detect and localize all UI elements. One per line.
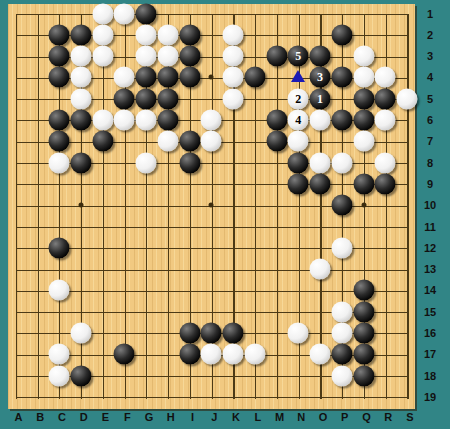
stone-black[interactable] <box>70 365 91 386</box>
stone-white[interactable] <box>92 110 113 131</box>
stone-black[interactable] <box>49 24 70 45</box>
stone-white[interactable] <box>310 344 331 365</box>
row-label: 15 <box>417 306 443 318</box>
column-label: D <box>80 411 88 427</box>
stone-black[interactable] <box>136 67 157 88</box>
stone-black[interactable] <box>375 173 396 194</box>
stone-white[interactable] <box>353 131 374 152</box>
stone-black[interactable] <box>310 173 331 194</box>
stone-black[interactable] <box>49 237 70 258</box>
stone-white[interactable] <box>310 152 331 173</box>
star-point <box>209 75 214 80</box>
triangle-marker-icon <box>291 70 305 82</box>
row-label: 3 <box>417 50 443 62</box>
stone-black[interactable] <box>331 344 352 365</box>
stone-white[interactable] <box>114 67 135 88</box>
stone-black[interactable] <box>136 88 157 109</box>
stone-white[interactable] <box>157 131 178 152</box>
stone-black[interactable]: 5 <box>288 46 309 67</box>
stone-white[interactable] <box>331 237 352 258</box>
stone-black[interactable] <box>179 323 200 344</box>
stone-black[interactable] <box>223 323 244 344</box>
column-label: O <box>319 411 328 427</box>
stone-black[interactable]: 3 <box>310 67 331 88</box>
row-label: 2 <box>417 29 443 41</box>
stone-white[interactable] <box>331 301 352 322</box>
row-label: 13 <box>417 263 443 275</box>
stone-white[interactable] <box>331 323 352 344</box>
stone-black[interactable] <box>49 46 70 67</box>
stone-white[interactable] <box>49 152 70 173</box>
column-label: P <box>341 411 348 427</box>
stone-move-number: 4 <box>295 113 301 127</box>
stone-white[interactable] <box>201 131 222 152</box>
stone-white[interactable] <box>288 323 309 344</box>
stone-white[interactable] <box>92 3 113 24</box>
stone-white[interactable] <box>223 67 244 88</box>
go-diagram-window: { "game": "go", "board_size": 19, "posit… <box>0 0 450 429</box>
stone-white[interactable] <box>353 67 374 88</box>
stone-black[interactable] <box>70 110 91 131</box>
stone-black[interactable] <box>266 46 287 67</box>
stone-black[interactable] <box>310 46 331 67</box>
stone-white[interactable] <box>70 88 91 109</box>
stone-white[interactable] <box>310 259 331 280</box>
stone-black[interactable] <box>179 131 200 152</box>
column-label: Q <box>362 411 371 427</box>
stone-black[interactable] <box>70 152 91 173</box>
stone-white[interactable] <box>136 24 157 45</box>
stone-white[interactable] <box>49 344 70 365</box>
stone-black[interactable] <box>157 110 178 131</box>
stone-black[interactable] <box>179 24 200 45</box>
row-label: 16 <box>417 327 443 339</box>
stone-white[interactable] <box>397 88 418 109</box>
column-label: C <box>58 411 66 427</box>
stone-white[interactable] <box>70 323 91 344</box>
stone-white[interactable] <box>201 344 222 365</box>
stone-black[interactable] <box>288 173 309 194</box>
stone-white[interactable] <box>223 88 244 109</box>
stone-black[interactable] <box>353 344 374 365</box>
column-label: B <box>36 411 44 427</box>
stone-black[interactable] <box>92 131 113 152</box>
column-label: G <box>145 411 154 427</box>
stone-black[interactable] <box>353 88 374 109</box>
stone-white[interactable]: 4 <box>288 110 309 131</box>
column-label: S <box>406 411 413 427</box>
stone-black[interactable] <box>353 365 374 386</box>
stone-black[interactable] <box>353 173 374 194</box>
column-label: F <box>124 411 131 427</box>
row-label: 12 <box>417 242 443 254</box>
stone-black[interactable] <box>179 67 200 88</box>
stone-black[interactable] <box>244 67 265 88</box>
stone-white[interactable] <box>114 110 135 131</box>
stone-black[interactable] <box>353 301 374 322</box>
stone-black[interactable] <box>353 280 374 301</box>
stone-black[interactable] <box>375 88 396 109</box>
stone-black[interactable] <box>114 344 135 365</box>
stone-white[interactable] <box>92 46 113 67</box>
stone-white[interactable] <box>49 280 70 301</box>
goban[interactable]: 53214 <box>8 4 415 409</box>
stone-black[interactable] <box>136 3 157 24</box>
column-label: N <box>297 411 305 427</box>
star-point <box>78 203 83 208</box>
stone-black[interactable] <box>288 152 309 173</box>
stone-black[interactable] <box>331 195 352 216</box>
stone-move-number: 1 <box>317 91 323 105</box>
stone-white[interactable] <box>223 344 244 365</box>
stone-white[interactable] <box>375 110 396 131</box>
row-label: 9 <box>417 178 443 190</box>
stone-white[interactable]: 2 <box>288 88 309 109</box>
row-label: 7 <box>417 135 443 147</box>
stone-black[interactable] <box>49 110 70 131</box>
stone-black[interactable] <box>114 88 135 109</box>
column-label: J <box>211 411 217 427</box>
star-point <box>209 203 214 208</box>
row-label: 17 <box>417 348 443 360</box>
stone-move-number: 5 <box>295 49 301 63</box>
stone-black[interactable] <box>179 344 200 365</box>
column-label: R <box>384 411 392 427</box>
stone-black[interactable]: 1 <box>310 88 331 109</box>
stone-white[interactable] <box>201 110 222 131</box>
stone-white[interactable] <box>353 46 374 67</box>
column-label: K <box>232 411 240 427</box>
row-label: 8 <box>417 157 443 169</box>
row-label: 10 <box>417 199 443 211</box>
stone-white[interactable] <box>136 110 157 131</box>
stone-black[interactable] <box>70 24 91 45</box>
stone-black[interactable] <box>179 46 200 67</box>
stone-white[interactable] <box>136 46 157 67</box>
stone-white[interactable] <box>288 131 309 152</box>
stone-black[interactable] <box>353 323 374 344</box>
row-label: 4 <box>417 71 443 83</box>
stone-white[interactable] <box>375 152 396 173</box>
stone-move-number: 3 <box>317 70 323 84</box>
row-label: 1 <box>417 8 443 20</box>
stone-move-number: 2 <box>295 91 301 105</box>
stone-black[interactable] <box>157 88 178 109</box>
stone-white[interactable] <box>223 46 244 67</box>
stone-black[interactable] <box>331 67 352 88</box>
stone-white[interactable] <box>157 46 178 67</box>
stone-white[interactable] <box>114 3 135 24</box>
star-point <box>361 203 366 208</box>
stone-black[interactable] <box>49 67 70 88</box>
column-label: H <box>167 411 175 427</box>
row-label: 14 <box>417 284 443 296</box>
row-label: 19 <box>417 391 443 403</box>
stone-black[interactable] <box>49 131 70 152</box>
stone-white[interactable] <box>244 344 265 365</box>
column-label: A <box>15 411 23 427</box>
stone-black[interactable] <box>157 67 178 88</box>
stone-black[interactable] <box>353 110 374 131</box>
stone-black[interactable] <box>331 24 352 45</box>
stone-white[interactable] <box>331 365 352 386</box>
column-label: L <box>254 411 261 427</box>
stone-white[interactable] <box>70 46 91 67</box>
stone-black[interactable] <box>201 323 222 344</box>
stone-black[interactable] <box>331 110 352 131</box>
stone-white[interactable] <box>157 24 178 45</box>
stone-black[interactable] <box>266 131 287 152</box>
stone-white[interactable] <box>136 152 157 173</box>
column-label: E <box>102 411 109 427</box>
row-label: 11 <box>417 221 443 233</box>
stone-white[interactable] <box>223 24 244 45</box>
stone-white[interactable] <box>331 152 352 173</box>
row-label: 6 <box>417 114 443 126</box>
stone-white[interactable] <box>70 67 91 88</box>
stone-white[interactable] <box>49 365 70 386</box>
row-label: 18 <box>417 370 443 382</box>
stone-black[interactable] <box>179 152 200 173</box>
row-label: 5 <box>417 93 443 105</box>
stone-white[interactable] <box>375 67 396 88</box>
column-label: I <box>191 411 194 427</box>
column-label: M <box>275 411 284 427</box>
stone-black[interactable] <box>266 110 287 131</box>
stone-white[interactable] <box>310 110 331 131</box>
stone-white[interactable] <box>92 24 113 45</box>
